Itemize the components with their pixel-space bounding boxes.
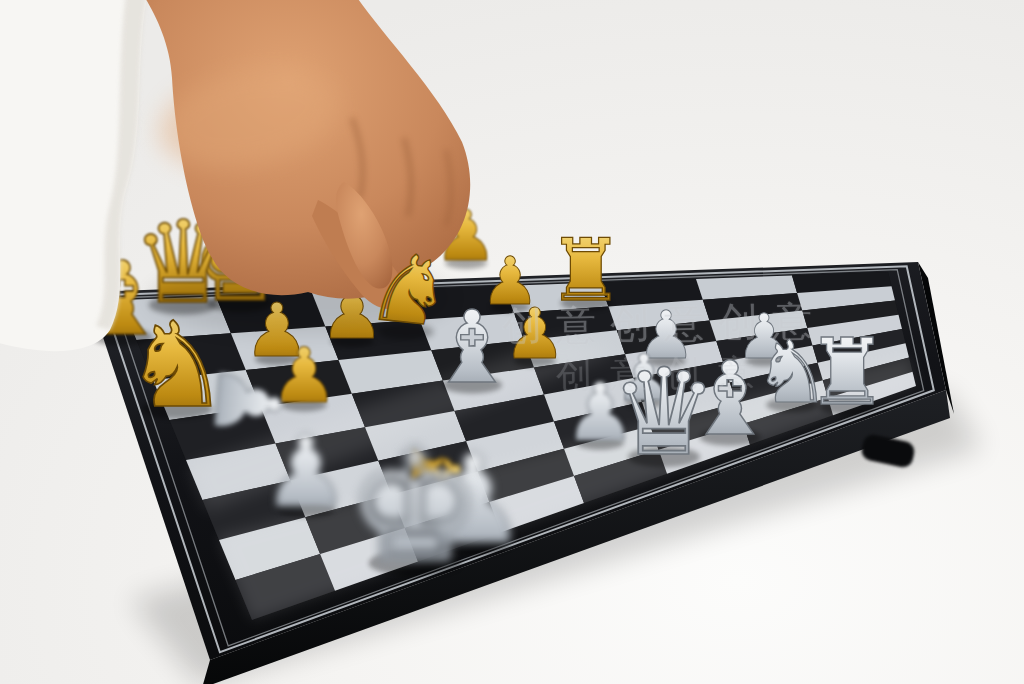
scene-svg: ♟♚♜♛♟♝♟♟♟♟♟♝♟♟♞♟♜♞♝♟♛♝♟♟♚ ♞: [0, 0, 1024, 684]
piece-silver-pawn-b3: ♟: [262, 415, 350, 529]
piece-silver-rook-h3: ♜: [806, 319, 888, 426]
piece-silver-queen-g5: ♛: [610, 343, 718, 482]
piece-silver-king-c3: ♚: [346, 416, 485, 597]
chess-photo-scene: ♟♚♜♛♟♝♟♟♟♟♟♝♟♟♞♟♜♞♝♟♛♝♟♟♚ ♞ 创意 创意 创意 创意 …: [0, 0, 1024, 684]
